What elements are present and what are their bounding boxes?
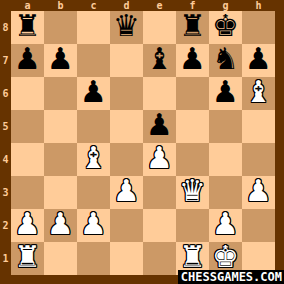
piece-black-queen-d8[interactable]: ♛ <box>113 9 140 42</box>
piece-black-bishop-e7[interactable]: ♝ <box>146 42 173 75</box>
square-a8[interactable]: ♜ <box>11 11 44 44</box>
square-f3[interactable]: ♛ <box>176 176 209 209</box>
square-d6[interactable] <box>110 77 143 110</box>
square-c4[interactable]: ♝ <box>77 143 110 176</box>
square-f2[interactable] <box>176 209 209 242</box>
piece-black-rook-f8[interactable]: ♜ <box>179 9 206 42</box>
square-d8[interactable]: ♛ <box>110 11 143 44</box>
square-c8[interactable] <box>77 11 110 44</box>
piece-black-pawn-b7[interactable]: ♟ <box>47 42 74 75</box>
square-a4[interactable] <box>11 143 44 176</box>
square-g4[interactable] <box>209 143 242 176</box>
piece-white-pawn-a2[interactable]: ♟ <box>14 207 41 240</box>
square-h2[interactable] <box>242 209 275 242</box>
square-g2[interactable]: ♟ <box>209 209 242 242</box>
file-label-a: a <box>11 0 44 11</box>
square-g3[interactable] <box>209 176 242 209</box>
chess-board: ♜♛♜♚♟♟♝♟♞♟♟♟♝♟♝♟♟♛♟♟♟♟♟♜♜♚ <box>11 11 275 275</box>
square-e8[interactable] <box>143 11 176 44</box>
square-d1[interactable] <box>110 242 143 275</box>
square-c5[interactable] <box>77 110 110 143</box>
square-a7[interactable]: ♟ <box>11 44 44 77</box>
square-f4[interactable] <box>176 143 209 176</box>
square-c1[interactable] <box>77 242 110 275</box>
piece-black-pawn-h7[interactable]: ♟ <box>245 42 272 75</box>
square-h7[interactable]: ♟ <box>242 44 275 77</box>
rank-label-7: 7 <box>0 44 11 77</box>
piece-black-pawn-g6[interactable]: ♟ <box>212 75 239 108</box>
square-a2[interactable]: ♟ <box>11 209 44 242</box>
square-c2[interactable]: ♟ <box>77 209 110 242</box>
rank-label-1: 1 <box>0 242 11 275</box>
square-f8[interactable]: ♜ <box>176 11 209 44</box>
rank-label-5: 5 <box>0 110 11 143</box>
square-d2[interactable] <box>110 209 143 242</box>
square-b1[interactable] <box>44 242 77 275</box>
chess-diagram: ♜♛♜♚♟♟♝♟♞♟♟♟♝♟♝♟♟♛♟♟♟♟♟♜♜♚ abcdefgh87654… <box>0 0 284 284</box>
square-b7[interactable]: ♟ <box>44 44 77 77</box>
piece-white-pawn-c2[interactable]: ♟ <box>80 207 107 240</box>
square-h6[interactable]: ♝ <box>242 77 275 110</box>
square-f7[interactable]: ♟ <box>176 44 209 77</box>
square-d4[interactable] <box>110 143 143 176</box>
rank-label-2: 2 <box>0 209 11 242</box>
square-d5[interactable] <box>110 110 143 143</box>
piece-black-pawn-e5[interactable]: ♟ <box>146 108 173 141</box>
file-label-h: h <box>242 0 275 11</box>
piece-black-pawn-f7[interactable]: ♟ <box>179 42 206 75</box>
file-label-b: b <box>44 0 77 11</box>
square-b2[interactable]: ♟ <box>44 209 77 242</box>
file-label-g: g <box>209 0 242 11</box>
piece-white-pawn-d3[interactable]: ♟ <box>113 174 140 207</box>
piece-black-pawn-c6[interactable]: ♟ <box>80 75 107 108</box>
file-label-d: d <box>110 0 143 11</box>
square-c3[interactable] <box>77 176 110 209</box>
piece-black-pawn-a7[interactable]: ♟ <box>14 42 41 75</box>
square-c7[interactable] <box>77 44 110 77</box>
piece-white-queen-f3[interactable]: ♛ <box>179 174 206 207</box>
square-g5[interactable] <box>209 110 242 143</box>
file-label-f: f <box>176 0 209 11</box>
square-g8[interactable]: ♚ <box>209 11 242 44</box>
piece-white-pawn-h3[interactable]: ♟ <box>245 174 272 207</box>
piece-black-king-g8[interactable]: ♚ <box>212 9 239 42</box>
square-b6[interactable] <box>44 77 77 110</box>
square-a3[interactable] <box>11 176 44 209</box>
piece-black-knight-g7[interactable]: ♞ <box>212 42 239 75</box>
piece-white-king-g1[interactable]: ♚ <box>212 240 239 273</box>
square-d3[interactable]: ♟ <box>110 176 143 209</box>
piece-white-rook-a1[interactable]: ♜ <box>14 240 41 273</box>
square-h5[interactable] <box>242 110 275 143</box>
square-b3[interactable] <box>44 176 77 209</box>
square-g6[interactable]: ♟ <box>209 77 242 110</box>
piece-white-pawn-e4[interactable]: ♟ <box>146 141 173 174</box>
square-a6[interactable] <box>11 77 44 110</box>
square-e6[interactable] <box>143 77 176 110</box>
square-a1[interactable]: ♜ <box>11 242 44 275</box>
square-e4[interactable]: ♟ <box>143 143 176 176</box>
square-e2[interactable] <box>143 209 176 242</box>
rank-label-3: 3 <box>0 176 11 209</box>
file-label-c: c <box>77 0 110 11</box>
chessgames-watermark: CHESSGAMES.COM <box>178 270 284 284</box>
square-e1[interactable] <box>143 242 176 275</box>
square-c6[interactable]: ♟ <box>77 77 110 110</box>
piece-white-rook-f1[interactable]: ♜ <box>179 240 206 273</box>
square-d7[interactable] <box>110 44 143 77</box>
file-label-e: e <box>143 0 176 11</box>
square-h3[interactable]: ♟ <box>242 176 275 209</box>
rank-label-8: 8 <box>0 11 11 44</box>
square-e3[interactable] <box>143 176 176 209</box>
piece-black-rook-a8[interactable]: ♜ <box>14 9 41 42</box>
square-g7[interactable]: ♞ <box>209 44 242 77</box>
square-f5[interactable] <box>176 110 209 143</box>
piece-white-bishop-h6[interactable]: ♝ <box>245 75 272 108</box>
piece-white-bishop-c4[interactable]: ♝ <box>80 141 107 174</box>
square-e7[interactable]: ♝ <box>143 44 176 77</box>
square-h8[interactable] <box>242 11 275 44</box>
square-b4[interactable] <box>44 143 77 176</box>
square-h4[interactable] <box>242 143 275 176</box>
rank-label-4: 4 <box>0 143 11 176</box>
square-f6[interactable] <box>176 77 209 110</box>
square-a5[interactable] <box>11 110 44 143</box>
square-b8[interactable] <box>44 11 77 44</box>
piece-white-pawn-g2[interactable]: ♟ <box>212 207 239 240</box>
rank-label-6: 6 <box>0 77 11 110</box>
square-e5[interactable]: ♟ <box>143 110 176 143</box>
piece-white-pawn-b2[interactable]: ♟ <box>47 207 74 240</box>
square-b5[interactable] <box>44 110 77 143</box>
